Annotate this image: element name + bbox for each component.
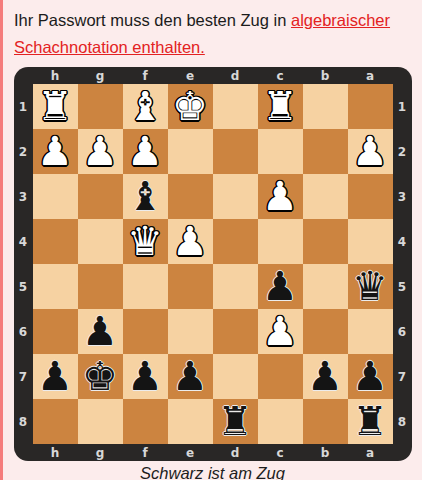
square-h3 (33, 174, 78, 219)
square-h4 (33, 219, 78, 264)
rank-label-left-2: 2 (14, 129, 33, 174)
rank-label-left-6: 6 (14, 309, 33, 354)
square-g8 (78, 399, 123, 444)
requirement-plain-text: Ihr Passwort muss den besten Zug in (14, 11, 291, 29)
square-e1: ♚ (168, 84, 213, 129)
square-g2: ♟ (78, 129, 123, 174)
square-d3 (213, 174, 258, 219)
rank-label-left-5: 5 (14, 264, 33, 309)
square-h2: ♟ (33, 129, 78, 174)
file-label-top-f: f (123, 67, 168, 84)
piece-white-bishop: ♝ (127, 84, 163, 129)
file-label-bottom-d: d (213, 444, 258, 461)
square-e4: ♟ (168, 219, 213, 264)
square-g4 (78, 219, 123, 264)
piece-white-pawn: ♟ (262, 174, 298, 219)
square-a1 (348, 84, 393, 129)
file-label-top-d: d (213, 67, 258, 84)
file-label-bottom-c: c (258, 444, 303, 461)
piece-black-pawn: ♟ (262, 264, 298, 309)
square-c1: ♜ (258, 84, 303, 129)
piece-black-pawn: ♟ (172, 354, 208, 399)
square-e5 (168, 264, 213, 309)
square-b6 (303, 309, 348, 354)
square-a4 (348, 219, 393, 264)
piece-black-pawn: ♟ (307, 354, 343, 399)
rank-label-left-1: 1 (14, 84, 33, 129)
file-label-bottom-h: h (33, 444, 78, 461)
square-e8 (168, 399, 213, 444)
piece-white-pawn: ♟ (82, 129, 118, 174)
piece-black-pawn: ♟ (37, 354, 73, 399)
square-g1 (78, 84, 123, 129)
square-d7 (213, 354, 258, 399)
square-g7: ♚ (78, 354, 123, 399)
square-c8 (258, 399, 303, 444)
file-label-top-g: g (78, 67, 123, 84)
frame-corner (393, 444, 412, 461)
square-b3 (303, 174, 348, 219)
square-f1: ♝ (123, 84, 168, 129)
square-g3 (78, 174, 123, 219)
frame-corner (14, 67, 33, 84)
file-label-top-b: b (303, 67, 348, 84)
square-h8 (33, 399, 78, 444)
rank-label-right-8: 8 (393, 399, 412, 444)
chess-board: hgfedcba1♜♝♚♜12♟♟♟♟23♝♟34♛♟45♟♛56♟♟67♟♚♟… (14, 67, 412, 461)
file-label-top-e: e (168, 67, 213, 84)
square-a3 (348, 174, 393, 219)
square-e7: ♟ (168, 354, 213, 399)
square-d4 (213, 219, 258, 264)
piece-white-pawn: ♟ (127, 129, 163, 174)
square-f7: ♟ (123, 354, 168, 399)
piece-white-king: ♚ (172, 84, 208, 129)
piece-white-pawn: ♟ (172, 219, 208, 264)
square-b7: ♟ (303, 354, 348, 399)
square-d8: ♜ (213, 399, 258, 444)
piece-black-pawn: ♟ (352, 354, 388, 399)
square-e3 (168, 174, 213, 219)
rank-label-right-7: 7 (393, 354, 412, 399)
rank-label-right-2: 2 (393, 129, 412, 174)
square-b2 (303, 129, 348, 174)
piece-black-pawn: ♟ (82, 309, 118, 354)
square-c7 (258, 354, 303, 399)
square-c4 (258, 219, 303, 264)
piece-white-pawn: ♟ (352, 129, 388, 174)
square-d5 (213, 264, 258, 309)
square-a5: ♛ (348, 264, 393, 309)
frame-corner (14, 444, 33, 461)
password-requirement-text: Ihr Passwort muss den besten Zug in alge… (3, 0, 422, 60)
file-label-bottom-a: a (348, 444, 393, 461)
file-label-top-a: a (348, 67, 393, 84)
square-a2: ♟ (348, 129, 393, 174)
rank-label-right-1: 1 (393, 84, 412, 129)
square-g6: ♟ (78, 309, 123, 354)
square-d2 (213, 129, 258, 174)
rank-label-left-4: 4 (14, 219, 33, 264)
rank-label-right-6: 6 (393, 309, 412, 354)
piece-black-pawn: ♟ (127, 354, 163, 399)
square-h1: ♜ (33, 84, 78, 129)
file-label-bottom-g: g (78, 444, 123, 461)
square-a8: ♜ (348, 399, 393, 444)
rank-label-right-3: 3 (393, 174, 412, 219)
square-c5: ♟ (258, 264, 303, 309)
square-a6 (348, 309, 393, 354)
square-h6 (33, 309, 78, 354)
square-b1 (303, 84, 348, 129)
file-label-bottom-f: f (123, 444, 168, 461)
piece-white-rook: ♜ (37, 84, 73, 129)
square-h7: ♟ (33, 354, 78, 399)
piece-black-rook: ♜ (352, 399, 388, 444)
square-g5 (78, 264, 123, 309)
piece-black-queen: ♛ (352, 264, 388, 309)
square-c6: ♟ (258, 309, 303, 354)
square-e6 (168, 309, 213, 354)
square-b4 (303, 219, 348, 264)
rank-label-left-8: 8 (14, 399, 33, 444)
square-d6 (213, 309, 258, 354)
frame-corner (393, 67, 412, 84)
square-f4: ♛ (123, 219, 168, 264)
piece-black-bishop: ♝ (127, 174, 163, 219)
piece-white-queen: ♛ (127, 219, 163, 264)
square-c3: ♟ (258, 174, 303, 219)
square-a7: ♟ (348, 354, 393, 399)
piece-white-pawn: ♟ (262, 309, 298, 354)
square-h5 (33, 264, 78, 309)
piece-black-rook: ♜ (217, 399, 253, 444)
square-b8 (303, 399, 348, 444)
rank-label-right-5: 5 (393, 264, 412, 309)
square-f8 (123, 399, 168, 444)
rank-label-right-4: 4 (393, 219, 412, 264)
square-c2 (258, 129, 303, 174)
board-caption: Schwarz ist am Zug (3, 464, 422, 480)
piece-black-king: ♚ (82, 354, 118, 399)
piece-white-rook: ♜ (262, 84, 298, 129)
file-label-top-h: h (33, 67, 78, 84)
square-f3: ♝ (123, 174, 168, 219)
file-label-bottom-e: e (168, 444, 213, 461)
file-label-bottom-b: b (303, 444, 348, 461)
square-f2: ♟ (123, 129, 168, 174)
square-f5 (123, 264, 168, 309)
square-f6 (123, 309, 168, 354)
square-d1 (213, 84, 258, 129)
rank-label-left-7: 7 (14, 354, 33, 399)
square-b5 (303, 264, 348, 309)
piece-white-pawn: ♟ (37, 129, 73, 174)
square-e2 (168, 129, 213, 174)
file-label-top-c: c (258, 67, 303, 84)
rank-label-left-3: 3 (14, 174, 33, 219)
